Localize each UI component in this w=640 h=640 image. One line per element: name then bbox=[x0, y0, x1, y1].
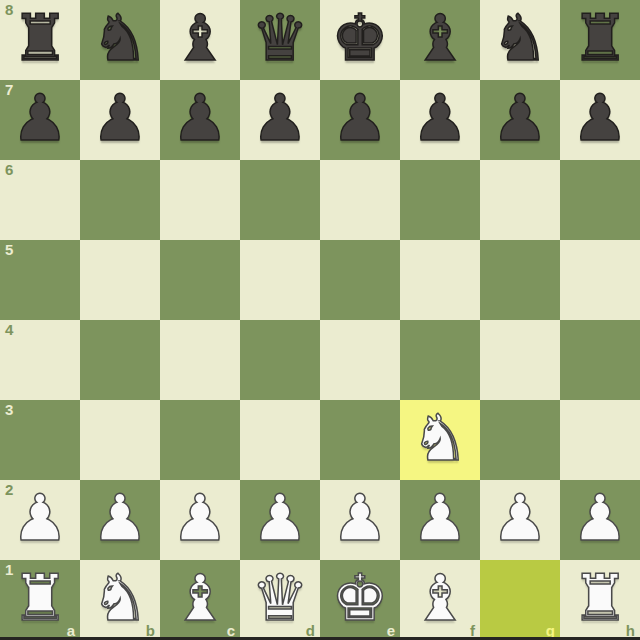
square-e8[interactable]: ♚ bbox=[320, 0, 400, 80]
piece-white-knight-b1[interactable]: ♞ bbox=[91, 558, 148, 638]
square-h7[interactable]: ♟ bbox=[560, 80, 640, 160]
square-b5[interactable] bbox=[80, 240, 160, 320]
square-g3[interactable] bbox=[480, 400, 560, 480]
square-b6[interactable] bbox=[80, 160, 160, 240]
square-c6[interactable] bbox=[160, 160, 240, 240]
square-b8[interactable]: ♞ bbox=[80, 0, 160, 80]
piece-white-rook-h1[interactable]: ♜ bbox=[571, 558, 628, 638]
square-h4[interactable] bbox=[560, 320, 640, 400]
file-label-f: f bbox=[470, 623, 475, 638]
square-a8[interactable]: 8♜ bbox=[0, 0, 80, 80]
square-d5[interactable] bbox=[240, 240, 320, 320]
square-a7[interactable]: 7♟ bbox=[0, 80, 80, 160]
piece-black-rook-h8[interactable]: ♜ bbox=[571, 0, 628, 78]
square-f2[interactable]: ♟ bbox=[400, 480, 480, 560]
square-b4[interactable] bbox=[80, 320, 160, 400]
square-h8[interactable]: ♜ bbox=[560, 0, 640, 80]
rank-label-5: 5 bbox=[5, 242, 13, 257]
piece-white-pawn-b2[interactable]: ♟ bbox=[91, 478, 148, 558]
square-c7[interactable]: ♟ bbox=[160, 80, 240, 160]
square-d1[interactable]: d♛ bbox=[240, 560, 320, 640]
piece-white-queen-d1[interactable]: ♛ bbox=[251, 558, 308, 638]
square-f6[interactable] bbox=[400, 160, 480, 240]
piece-white-bishop-f1[interactable]: ♝ bbox=[411, 558, 468, 638]
square-d6[interactable] bbox=[240, 160, 320, 240]
piece-black-pawn-c7[interactable]: ♟ bbox=[171, 78, 228, 158]
square-h1[interactable]: h♜ bbox=[560, 560, 640, 640]
square-e7[interactable]: ♟ bbox=[320, 80, 400, 160]
square-g2[interactable]: ♟ bbox=[480, 480, 560, 560]
piece-black-rook-a8[interactable]: ♜ bbox=[11, 0, 68, 78]
piece-white-pawn-e2[interactable]: ♟ bbox=[331, 478, 388, 558]
rank-label-4: 4 bbox=[5, 322, 13, 337]
square-e5[interactable] bbox=[320, 240, 400, 320]
square-c4[interactable] bbox=[160, 320, 240, 400]
piece-white-bishop-c1[interactable]: ♝ bbox=[171, 558, 228, 638]
square-b2[interactable]: ♟ bbox=[80, 480, 160, 560]
square-h5[interactable] bbox=[560, 240, 640, 320]
chess-board: 8♜♞♝♛♚♝♞♜7♟♟♟♟♟♟♟♟6543♞2♟♟♟♟♟♟♟♟1a♜b♞c♝d… bbox=[0, 0, 640, 640]
piece-black-queen-d8[interactable]: ♛ bbox=[251, 0, 308, 78]
square-e3[interactable] bbox=[320, 400, 400, 480]
square-h2[interactable]: ♟ bbox=[560, 480, 640, 560]
piece-black-knight-g8[interactable]: ♞ bbox=[491, 0, 548, 78]
square-c3[interactable] bbox=[160, 400, 240, 480]
piece-black-knight-b8[interactable]: ♞ bbox=[91, 0, 148, 78]
square-g6[interactable] bbox=[480, 160, 560, 240]
square-c2[interactable]: ♟ bbox=[160, 480, 240, 560]
piece-black-pawn-f7[interactable]: ♟ bbox=[411, 78, 468, 158]
piece-white-king-e1[interactable]: ♚ bbox=[331, 558, 388, 638]
square-e1[interactable]: e♚ bbox=[320, 560, 400, 640]
square-g1[interactable]: g bbox=[480, 560, 560, 640]
piece-black-pawn-b7[interactable]: ♟ bbox=[91, 78, 148, 158]
square-f4[interactable] bbox=[400, 320, 480, 400]
piece-black-pawn-a7[interactable]: ♟ bbox=[11, 78, 68, 158]
square-d3[interactable] bbox=[240, 400, 320, 480]
square-f5[interactable] bbox=[400, 240, 480, 320]
square-g4[interactable] bbox=[480, 320, 560, 400]
piece-black-pawn-e7[interactable]: ♟ bbox=[331, 78, 388, 158]
square-b7[interactable]: ♟ bbox=[80, 80, 160, 160]
square-h3[interactable] bbox=[560, 400, 640, 480]
square-e4[interactable] bbox=[320, 320, 400, 400]
square-d7[interactable]: ♟ bbox=[240, 80, 320, 160]
square-c5[interactable] bbox=[160, 240, 240, 320]
piece-black-pawn-h7[interactable]: ♟ bbox=[571, 78, 628, 158]
piece-white-pawn-f2[interactable]: ♟ bbox=[411, 478, 468, 558]
piece-black-pawn-g7[interactable]: ♟ bbox=[491, 78, 548, 158]
piece-white-rook-a1[interactable]: ♜ bbox=[11, 558, 68, 638]
rank-label-6: 6 bbox=[5, 162, 13, 177]
rank-label-3: 3 bbox=[5, 402, 13, 417]
square-b3[interactable] bbox=[80, 400, 160, 480]
piece-white-knight-f3[interactable]: ♞ bbox=[411, 398, 468, 478]
square-a6[interactable]: 6 bbox=[0, 160, 80, 240]
square-a5[interactable]: 5 bbox=[0, 240, 80, 320]
piece-white-pawn-d2[interactable]: ♟ bbox=[251, 478, 308, 558]
square-d2[interactable]: ♟ bbox=[240, 480, 320, 560]
piece-white-pawn-c2[interactable]: ♟ bbox=[171, 478, 228, 558]
square-c1[interactable]: c♝ bbox=[160, 560, 240, 640]
piece-black-bishop-c8[interactable]: ♝ bbox=[171, 0, 228, 78]
file-label-g: g bbox=[546, 623, 555, 638]
square-d8[interactable]: ♛ bbox=[240, 0, 320, 80]
square-h6[interactable] bbox=[560, 160, 640, 240]
square-f8[interactable]: ♝ bbox=[400, 0, 480, 80]
piece-black-pawn-d7[interactable]: ♟ bbox=[251, 78, 308, 158]
square-e6[interactable] bbox=[320, 160, 400, 240]
square-g7[interactable]: ♟ bbox=[480, 80, 560, 160]
piece-white-pawn-g2[interactable]: ♟ bbox=[491, 478, 548, 558]
piece-white-pawn-a2[interactable]: ♟ bbox=[11, 478, 68, 558]
square-f7[interactable]: ♟ bbox=[400, 80, 480, 160]
square-e2[interactable]: ♟ bbox=[320, 480, 400, 560]
square-a1[interactable]: 1a♜ bbox=[0, 560, 80, 640]
square-b1[interactable]: b♞ bbox=[80, 560, 160, 640]
square-a3[interactable]: 3 bbox=[0, 400, 80, 480]
square-f1[interactable]: f♝ bbox=[400, 560, 480, 640]
square-d4[interactable] bbox=[240, 320, 320, 400]
square-g5[interactable] bbox=[480, 240, 560, 320]
square-a2[interactable]: 2♟ bbox=[0, 480, 80, 560]
piece-black-king-e8[interactable]: ♚ bbox=[331, 0, 388, 78]
piece-white-pawn-h2[interactable]: ♟ bbox=[571, 478, 628, 558]
square-f3[interactable]: ♞ bbox=[400, 400, 480, 480]
square-a4[interactable]: 4 bbox=[0, 320, 80, 400]
square-g8[interactable]: ♞ bbox=[480, 0, 560, 80]
piece-black-bishop-f8[interactable]: ♝ bbox=[411, 0, 468, 78]
square-c8[interactable]: ♝ bbox=[160, 0, 240, 80]
